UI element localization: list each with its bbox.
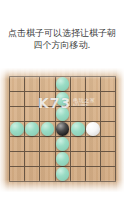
board-cell [71,107,86,122]
board-cell [86,122,101,137]
board-cell [10,167,25,182]
board-cell [40,92,55,107]
board-cell [40,152,55,167]
board-cell [40,122,55,137]
teal-stone[interactable] [71,122,85,136]
board-cell [86,137,101,152]
board-cell [86,77,101,92]
board-cell [56,122,71,137]
board-cell [101,152,116,167]
board-cell [101,92,116,107]
board-grid [9,76,116,182]
instruction-text: 点击棋子可以选择让棋子朝 四个方向移动. [0,27,124,51]
teal-stone[interactable] [56,107,70,121]
board-cell [101,137,116,152]
board-cell [56,167,71,182]
instruction-line-2: 四个方向移动. [0,39,124,51]
teal-stone[interactable] [56,167,70,181]
board-cell [25,92,40,107]
board-cell [25,107,40,122]
board-cell [25,167,40,182]
teal-stone[interactable] [25,122,39,136]
board-cell [10,107,25,122]
board-cell [86,167,101,182]
teal-stone[interactable] [56,137,70,151]
board-cell [71,152,86,167]
board-cell [40,107,55,122]
board-cell [101,107,116,122]
board-cell [101,122,116,137]
board-cell [25,77,40,92]
board-cell [86,92,101,107]
board-cell [25,122,40,137]
board-cell [40,137,55,152]
game-board: K73 电玩之家 k73.com [0,68,124,192]
board-cell [40,167,55,182]
black-stone[interactable] [56,122,70,136]
teal-stone[interactable] [56,152,70,166]
board-cell [101,167,116,182]
teal-stone[interactable] [10,122,24,136]
board-cell [25,137,40,152]
board-cell [86,107,101,122]
board-cell [10,92,25,107]
instruction-line-1: 点击棋子可以选择让棋子朝 [0,27,124,39]
teal-stone[interactable] [56,77,70,91]
board-cell [56,152,71,167]
board-cell [56,107,71,122]
board-cell [56,77,71,92]
board-cell [10,152,25,167]
board-cell [25,152,40,167]
board-cell [71,167,86,182]
board-cell [56,137,71,152]
teal-stone[interactable] [56,92,70,106]
board-cell [86,152,101,167]
board-cell [10,122,25,137]
board-cell [10,77,25,92]
board-cell [101,77,116,92]
white-stone[interactable] [86,122,100,136]
board-cell [71,77,86,92]
board-cell [71,92,86,107]
board-cell [56,92,71,107]
board-cell [71,137,86,152]
board-cell [71,122,86,137]
board-cell [40,77,55,92]
teal-stone[interactable] [41,122,55,136]
board-cell [10,137,25,152]
